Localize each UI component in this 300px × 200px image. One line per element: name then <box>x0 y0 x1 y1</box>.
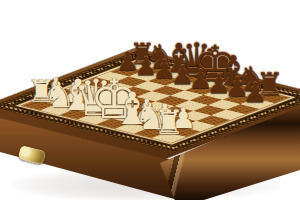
chess-set-photo: ♜♞♝♛♚♝♞♜♟♟♟♟♟♟♟♟♟♟♟♟♟♟♟♟♜♞♝♛♚♝♞♜ <box>0 0 300 200</box>
